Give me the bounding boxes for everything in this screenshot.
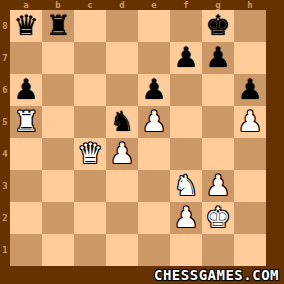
- square-g3[interactable]: ♟: [202, 170, 234, 202]
- square-a2[interactable]: [10, 202, 42, 234]
- white-rook[interactable]: ♜: [10, 106, 42, 138]
- square-f7[interactable]: ♟: [170, 42, 202, 74]
- square-c2[interactable]: [74, 202, 106, 234]
- square-h8[interactable]: [234, 10, 266, 42]
- square-c1[interactable]: [74, 234, 106, 266]
- rank-label-8: 8: [0, 10, 10, 42]
- square-e3[interactable]: [138, 170, 170, 202]
- file-label-f: f: [170, 0, 202, 10]
- square-d7[interactable]: [106, 42, 138, 74]
- black-knight[interactable]: ♞: [106, 106, 138, 138]
- square-d4[interactable]: ♟: [106, 138, 138, 170]
- rank-label-2: 2: [0, 202, 10, 234]
- square-f5[interactable]: [170, 106, 202, 138]
- square-f4[interactable]: [170, 138, 202, 170]
- square-b2[interactable]: [42, 202, 74, 234]
- black-king[interactable]: ♚: [202, 10, 234, 42]
- brand-watermark: CHESSGAMES.COM: [154, 267, 279, 283]
- square-g8[interactable]: ♚: [202, 10, 234, 42]
- square-g6[interactable]: [202, 74, 234, 106]
- rank-label-1: 1: [0, 234, 10, 266]
- white-queen[interactable]: ♛: [74, 138, 106, 170]
- square-d1[interactable]: [106, 234, 138, 266]
- square-g5[interactable]: [202, 106, 234, 138]
- square-d8[interactable]: [106, 10, 138, 42]
- square-f1[interactable]: [170, 234, 202, 266]
- square-g7[interactable]: ♟: [202, 42, 234, 74]
- square-f6[interactable]: [170, 74, 202, 106]
- black-pawn[interactable]: ♟: [138, 74, 170, 106]
- square-h5[interactable]: ♟: [234, 106, 266, 138]
- square-g4[interactable]: [202, 138, 234, 170]
- white-pawn[interactable]: ♟: [106, 138, 138, 170]
- square-g2[interactable]: ♚: [202, 202, 234, 234]
- square-a4[interactable]: [10, 138, 42, 170]
- black-pawn[interactable]: ♟: [234, 74, 266, 106]
- black-pawn[interactable]: ♟: [10, 74, 42, 106]
- square-a7[interactable]: [10, 42, 42, 74]
- file-label-h: h: [234, 0, 266, 10]
- square-c7[interactable]: [74, 42, 106, 74]
- square-c3[interactable]: [74, 170, 106, 202]
- black-rook[interactable]: ♜: [42, 10, 74, 42]
- square-e5[interactable]: ♟: [138, 106, 170, 138]
- square-d5[interactable]: ♞: [106, 106, 138, 138]
- chess-diagram: abcdefgh 87654321 ♛♜♚♟♟♟♟♟♜♞♟♟♛♟♞♟♟♚ CHE…: [0, 0, 284, 284]
- file-label-c: c: [74, 0, 106, 10]
- square-e6[interactable]: ♟: [138, 74, 170, 106]
- square-a1[interactable]: [10, 234, 42, 266]
- white-pawn[interactable]: ♟: [234, 106, 266, 138]
- square-h6[interactable]: ♟: [234, 74, 266, 106]
- square-h3[interactable]: [234, 170, 266, 202]
- white-knight[interactable]: ♞: [170, 170, 202, 202]
- square-a5[interactable]: ♜: [10, 106, 42, 138]
- square-b4[interactable]: [42, 138, 74, 170]
- square-c4[interactable]: ♛: [74, 138, 106, 170]
- square-g1[interactable]: [202, 234, 234, 266]
- square-b1[interactable]: [42, 234, 74, 266]
- square-e8[interactable]: [138, 10, 170, 42]
- white-pawn[interactable]: ♟: [170, 202, 202, 234]
- square-c6[interactable]: [74, 74, 106, 106]
- file-label-d: d: [106, 0, 138, 10]
- square-e7[interactable]: [138, 42, 170, 74]
- square-a3[interactable]: [10, 170, 42, 202]
- square-e1[interactable]: [138, 234, 170, 266]
- square-d2[interactable]: [106, 202, 138, 234]
- rank-label-7: 7: [0, 42, 10, 74]
- chess-board: ♛♜♚♟♟♟♟♟♜♞♟♟♛♟♞♟♟♚: [10, 10, 266, 266]
- white-pawn[interactable]: ♟: [138, 106, 170, 138]
- square-h1[interactable]: [234, 234, 266, 266]
- square-f8[interactable]: [170, 10, 202, 42]
- square-f3[interactable]: ♞: [170, 170, 202, 202]
- square-a6[interactable]: ♟: [10, 74, 42, 106]
- black-pawn[interactable]: ♟: [202, 42, 234, 74]
- square-h4[interactable]: [234, 138, 266, 170]
- rank-label-3: 3: [0, 170, 10, 202]
- square-b5[interactable]: [42, 106, 74, 138]
- square-a8[interactable]: ♛: [10, 10, 42, 42]
- square-d6[interactable]: [106, 74, 138, 106]
- white-king[interactable]: ♚: [202, 202, 234, 234]
- square-b7[interactable]: [42, 42, 74, 74]
- white-pawn[interactable]: ♟: [202, 170, 234, 202]
- rank-label-4: 4: [0, 138, 10, 170]
- square-b6[interactable]: [42, 74, 74, 106]
- square-h2[interactable]: [234, 202, 266, 234]
- square-c8[interactable]: [74, 10, 106, 42]
- square-e4[interactable]: [138, 138, 170, 170]
- square-c5[interactable]: [74, 106, 106, 138]
- square-e2[interactable]: [138, 202, 170, 234]
- square-f2[interactable]: ♟: [170, 202, 202, 234]
- rank-label-6: 6: [0, 74, 10, 106]
- rank-labels: 87654321: [0, 10, 10, 266]
- black-pawn[interactable]: ♟: [170, 42, 202, 74]
- file-label-e: e: [138, 0, 170, 10]
- black-queen[interactable]: ♛: [10, 10, 42, 42]
- square-b8[interactable]: ♜: [42, 10, 74, 42]
- rank-label-5: 5: [0, 106, 10, 138]
- square-d3[interactable]: [106, 170, 138, 202]
- square-h7[interactable]: [234, 42, 266, 74]
- square-b3[interactable]: [42, 170, 74, 202]
